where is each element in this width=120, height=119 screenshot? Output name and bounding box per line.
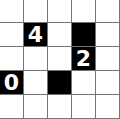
cell-r5c4[interactable] — [72, 95, 95, 118]
cell-r1c5[interactable] — [96, 0, 119, 22]
cell-r3c5[interactable] — [96, 47, 119, 70]
cell-r5c3[interactable] — [48, 95, 71, 118]
cell-r2c2-clue-4[interactable]: 4 — [24, 23, 47, 46]
cell-r3c4-clue-2[interactable]: 2 — [72, 47, 95, 70]
puzzle-board: 420 — [0, 0, 120, 119]
cell-r2c1[interactable] — [0, 23, 23, 46]
cell-r2c4[interactable] — [72, 23, 95, 46]
cell-r1c3[interactable] — [48, 0, 71, 22]
cell-r2c5[interactable] — [96, 23, 119, 46]
cell-r4c1-clue-0[interactable]: 0 — [0, 71, 23, 94]
cell-r4c4[interactable] — [72, 71, 95, 94]
cell-r3c3[interactable] — [48, 47, 71, 70]
cell-r1c4[interactable] — [72, 0, 95, 22]
cell-r2c3[interactable] — [48, 23, 71, 46]
puzzle-screen: 420 — [0, 0, 120, 119]
cell-r1c1[interactable] — [0, 0, 23, 22]
cell-r5c1[interactable] — [0, 95, 23, 118]
cell-r5c2[interactable] — [24, 95, 47, 118]
cell-r3c2[interactable] — [24, 47, 47, 70]
cell-r3c1[interactable] — [0, 47, 23, 70]
cell-r1c2[interactable] — [24, 0, 47, 22]
cell-r4c3[interactable] — [48, 71, 71, 94]
cell-r4c2[interactable] — [24, 71, 47, 94]
cell-r5c5[interactable] — [96, 95, 119, 118]
cell-r4c5[interactable] — [96, 71, 119, 94]
